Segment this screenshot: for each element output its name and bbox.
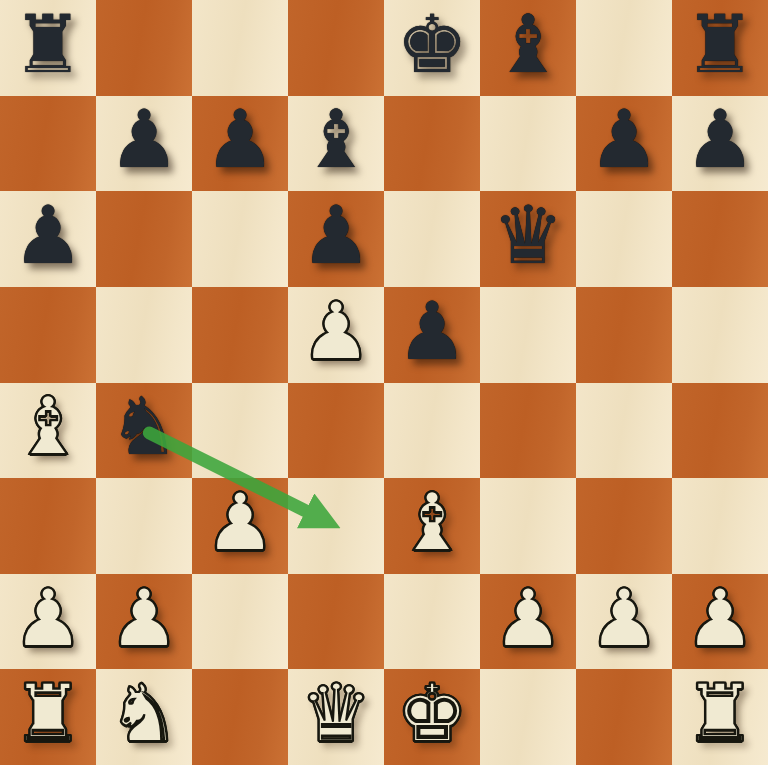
square-e6[interactable] <box>384 191 480 287</box>
square-g1[interactable] <box>576 669 672 765</box>
black-pawn: ♟ <box>12 196 84 276</box>
square-g7[interactable]: ♟ <box>576 96 672 192</box>
square-h2[interactable]: ♟ <box>672 574 768 670</box>
white-king: ♚ <box>396 674 468 754</box>
white-rook: ♜ <box>684 674 756 754</box>
square-c5[interactable] <box>192 287 288 383</box>
white-pawn: ♟ <box>300 292 372 372</box>
black-king: ♚ <box>396 5 468 85</box>
white-pawn: ♟ <box>204 483 276 563</box>
square-b4[interactable]: ♞ <box>96 383 192 479</box>
square-b2[interactable]: ♟ <box>96 574 192 670</box>
white-bishop: ♝ <box>396 483 468 563</box>
chess-board-frame: ♜♚♝♜♟♟♝♟♟♟♟♛♟♟♝♞♟♝♟♟♟♟♟♜♞♛♚♜ <box>0 0 768 765</box>
black-pawn: ♟ <box>396 292 468 372</box>
white-bishop: ♝ <box>12 387 84 467</box>
square-e2[interactable] <box>384 574 480 670</box>
square-c4[interactable] <box>192 383 288 479</box>
square-d7[interactable]: ♝ <box>288 96 384 192</box>
square-c2[interactable] <box>192 574 288 670</box>
white-rook: ♜ <box>12 674 84 754</box>
square-c7[interactable]: ♟ <box>192 96 288 192</box>
square-d6[interactable]: ♟ <box>288 191 384 287</box>
square-g6[interactable] <box>576 191 672 287</box>
square-a8[interactable]: ♜ <box>0 0 96 96</box>
square-a4[interactable]: ♝ <box>0 383 96 479</box>
square-b5[interactable] <box>96 287 192 383</box>
square-d4[interactable] <box>288 383 384 479</box>
black-knight: ♞ <box>108 387 180 467</box>
square-h7[interactable]: ♟ <box>672 96 768 192</box>
square-f3[interactable] <box>480 478 576 574</box>
black-pawn: ♟ <box>204 100 276 180</box>
white-pawn: ♟ <box>12 579 84 659</box>
chess-board: ♜♚♝♜♟♟♝♟♟♟♟♛♟♟♝♞♟♝♟♟♟♟♟♜♞♛♚♜ <box>0 0 768 765</box>
black-bishop: ♝ <box>492 5 564 85</box>
square-h1[interactable]: ♜ <box>672 669 768 765</box>
square-h3[interactable] <box>672 478 768 574</box>
black-bishop: ♝ <box>300 100 372 180</box>
square-b8[interactable] <box>96 0 192 96</box>
square-e5[interactable]: ♟ <box>384 287 480 383</box>
square-a3[interactable] <box>0 478 96 574</box>
square-d5[interactable]: ♟ <box>288 287 384 383</box>
square-c1[interactable] <box>192 669 288 765</box>
square-c8[interactable] <box>192 0 288 96</box>
square-e8[interactable]: ♚ <box>384 0 480 96</box>
black-queen: ♛ <box>492 196 564 276</box>
square-f8[interactable]: ♝ <box>480 0 576 96</box>
square-f1[interactable] <box>480 669 576 765</box>
square-e7[interactable] <box>384 96 480 192</box>
black-pawn: ♟ <box>108 100 180 180</box>
square-h4[interactable] <box>672 383 768 479</box>
square-f7[interactable] <box>480 96 576 192</box>
white-queen: ♛ <box>300 674 372 754</box>
square-d1[interactable]: ♛ <box>288 669 384 765</box>
white-pawn: ♟ <box>492 579 564 659</box>
square-e1[interactable]: ♚ <box>384 669 480 765</box>
square-g5[interactable] <box>576 287 672 383</box>
black-rook: ♜ <box>684 5 756 85</box>
black-pawn: ♟ <box>588 100 660 180</box>
square-b7[interactable]: ♟ <box>96 96 192 192</box>
square-a6[interactable]: ♟ <box>0 191 96 287</box>
square-d2[interactable] <box>288 574 384 670</box>
square-h8[interactable]: ♜ <box>672 0 768 96</box>
square-e4[interactable] <box>384 383 480 479</box>
square-a1[interactable]: ♜ <box>0 669 96 765</box>
square-a5[interactable] <box>0 287 96 383</box>
square-f6[interactable]: ♛ <box>480 191 576 287</box>
square-d3[interactable] <box>288 478 384 574</box>
square-e3[interactable]: ♝ <box>384 478 480 574</box>
square-g8[interactable] <box>576 0 672 96</box>
square-d8[interactable] <box>288 0 384 96</box>
white-pawn: ♟ <box>108 579 180 659</box>
black-rook: ♜ <box>12 5 84 85</box>
square-g2[interactable]: ♟ <box>576 574 672 670</box>
square-c3[interactable]: ♟ <box>192 478 288 574</box>
square-b6[interactable] <box>96 191 192 287</box>
square-b3[interactable] <box>96 478 192 574</box>
black-pawn: ♟ <box>684 100 756 180</box>
square-b1[interactable]: ♞ <box>96 669 192 765</box>
square-f4[interactable] <box>480 383 576 479</box>
black-pawn: ♟ <box>300 196 372 276</box>
white-pawn: ♟ <box>588 579 660 659</box>
square-f2[interactable]: ♟ <box>480 574 576 670</box>
square-g4[interactable] <box>576 383 672 479</box>
white-knight: ♞ <box>108 674 180 754</box>
square-h6[interactable] <box>672 191 768 287</box>
square-g3[interactable] <box>576 478 672 574</box>
square-f5[interactable] <box>480 287 576 383</box>
square-h5[interactable] <box>672 287 768 383</box>
square-a7[interactable] <box>0 96 96 192</box>
white-pawn: ♟ <box>684 579 756 659</box>
square-a2[interactable]: ♟ <box>0 574 96 670</box>
square-c6[interactable] <box>192 191 288 287</box>
